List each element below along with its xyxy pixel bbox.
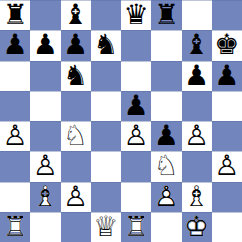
piece-fill-layer: ♞ bbox=[91, 30, 121, 60]
white-rook-e1[interactable]: ♜♖ bbox=[121, 212, 151, 242]
piece-outline-layer: ♕ bbox=[91, 212, 121, 242]
square-e4[interactable]: ♟♙ bbox=[121, 121, 151, 151]
piece-outline-layer: ♙ bbox=[121, 121, 151, 151]
square-a7[interactable]: ♟ bbox=[0, 30, 30, 60]
piece-fill-layer: ♛ bbox=[121, 0, 151, 30]
black-rook-a8[interactable]: ♜ bbox=[0, 0, 30, 30]
square-h6[interactable]: ♟ bbox=[212, 61, 242, 91]
square-f4[interactable]: ♟ bbox=[151, 121, 181, 151]
square-a1[interactable]: ♜♖ bbox=[0, 212, 30, 242]
square-g2[interactable]: ♝♗ bbox=[182, 182, 212, 212]
square-a5[interactable] bbox=[0, 91, 30, 121]
white-pawn-e4[interactable]: ♟♙ bbox=[121, 121, 151, 151]
square-g3[interactable] bbox=[182, 151, 212, 181]
black-pawn-g6[interactable]: ♟ bbox=[182, 61, 212, 91]
piece-fill-layer: ♜ bbox=[151, 0, 181, 30]
square-e8[interactable]: ♛ bbox=[121, 0, 151, 30]
square-a6[interactable] bbox=[0, 61, 30, 91]
square-c5[interactable] bbox=[61, 91, 91, 121]
square-a2[interactable] bbox=[0, 182, 30, 212]
white-pawn-g4[interactable]: ♟♙ bbox=[182, 121, 212, 151]
square-d7[interactable]: ♞ bbox=[91, 30, 121, 60]
square-f7[interactable] bbox=[151, 30, 181, 60]
square-f1[interactable] bbox=[151, 212, 181, 242]
black-king-h7[interactable]: ♚ bbox=[212, 30, 242, 60]
white-pawn-a4[interactable]: ♟♙ bbox=[0, 121, 30, 151]
square-b2[interactable]: ♝♗ bbox=[30, 182, 60, 212]
piece-outline-layer: ♖ bbox=[0, 212, 30, 242]
piece-fill-layer: ♟ bbox=[30, 30, 60, 60]
chess-board: ♜♝♛♜♟♟♟♞♝♚♞♟♟♟♟♙♞♘♟♙♟♟♙♟♙♞♘♟♙♝♗♟♙♟♙♝♗♜♖♛… bbox=[0, 0, 242, 242]
square-a8[interactable]: ♜ bbox=[0, 0, 30, 30]
square-e3[interactable] bbox=[121, 151, 151, 181]
piece-fill-layer: ♚ bbox=[212, 30, 242, 60]
square-d2[interactable] bbox=[91, 182, 121, 212]
white-pawn-c2[interactable]: ♟♙ bbox=[61, 182, 91, 212]
square-h7[interactable]: ♚ bbox=[212, 30, 242, 60]
black-pawn-b7[interactable]: ♟ bbox=[30, 30, 60, 60]
black-pawn-f4[interactable]: ♟ bbox=[151, 121, 181, 151]
square-e6[interactable] bbox=[121, 61, 151, 91]
square-g5[interactable] bbox=[182, 91, 212, 121]
square-c1[interactable] bbox=[61, 212, 91, 242]
square-e7[interactable] bbox=[121, 30, 151, 60]
square-f5[interactable] bbox=[151, 91, 181, 121]
square-e1[interactable]: ♜♖ bbox=[121, 212, 151, 242]
square-e2[interactable] bbox=[121, 182, 151, 212]
square-h1[interactable] bbox=[212, 212, 242, 242]
white-rook-a1[interactable]: ♜♖ bbox=[0, 212, 30, 242]
square-h2[interactable] bbox=[212, 182, 242, 212]
black-knight-d7[interactable]: ♞ bbox=[91, 30, 121, 60]
piece-fill-layer: ♟ bbox=[151, 121, 181, 151]
square-g8[interactable] bbox=[182, 0, 212, 30]
square-d8[interactable] bbox=[91, 0, 121, 30]
piece-outline-layer: ♗ bbox=[182, 182, 212, 212]
white-knight-f3[interactable]: ♞♘ bbox=[151, 151, 181, 181]
square-g1[interactable]: ♚♔ bbox=[182, 212, 212, 242]
square-b7[interactable]: ♟ bbox=[30, 30, 60, 60]
square-c2[interactable]: ♟♙ bbox=[61, 182, 91, 212]
square-f8[interactable]: ♜ bbox=[151, 0, 181, 30]
square-d3[interactable] bbox=[91, 151, 121, 181]
piece-outline-layer: ♙ bbox=[151, 182, 181, 212]
piece-fill-layer: ♟ bbox=[0, 30, 30, 60]
piece-outline-layer: ♘ bbox=[151, 151, 181, 181]
white-pawn-f2[interactable]: ♟♙ bbox=[151, 182, 181, 212]
white-pawn-h3[interactable]: ♟♙ bbox=[212, 151, 242, 181]
piece-outline-layer: ♖ bbox=[121, 212, 151, 242]
square-g4[interactable]: ♟♙ bbox=[182, 121, 212, 151]
piece-outline-layer: ♙ bbox=[61, 182, 91, 212]
piece-outline-layer: ♙ bbox=[0, 121, 30, 151]
piece-fill-layer: ♝ bbox=[61, 0, 91, 30]
black-queen-e8[interactable]: ♛ bbox=[121, 0, 151, 30]
square-c6[interactable]: ♞ bbox=[61, 61, 91, 91]
white-bishop-b2[interactable]: ♝♗ bbox=[30, 182, 60, 212]
piece-fill-layer: ♝ bbox=[182, 30, 212, 60]
black-pawn-c7[interactable]: ♟ bbox=[61, 30, 91, 60]
black-bishop-c8[interactable]: ♝ bbox=[61, 0, 91, 30]
black-bishop-g7[interactable]: ♝ bbox=[182, 30, 212, 60]
square-a4[interactable]: ♟♙ bbox=[0, 121, 30, 151]
square-b4[interactable] bbox=[30, 121, 60, 151]
black-pawn-a7[interactable]: ♟ bbox=[0, 30, 30, 60]
square-d6[interactable] bbox=[91, 61, 121, 91]
square-h5[interactable] bbox=[212, 91, 242, 121]
piece-outline-layer: ♗ bbox=[30, 182, 60, 212]
white-king-g1[interactable]: ♚♔ bbox=[182, 212, 212, 242]
square-d4[interactable] bbox=[91, 121, 121, 151]
black-knight-c6[interactable]: ♞ bbox=[61, 61, 91, 91]
square-h3[interactable]: ♟♙ bbox=[212, 151, 242, 181]
square-a3[interactable] bbox=[0, 151, 30, 181]
square-e5[interactable]: ♟ bbox=[121, 91, 151, 121]
square-c3[interactable] bbox=[61, 151, 91, 181]
square-c8[interactable]: ♝ bbox=[61, 0, 91, 30]
square-d1[interactable]: ♛♕ bbox=[91, 212, 121, 242]
square-g6[interactable]: ♟ bbox=[182, 61, 212, 91]
piece-fill-layer: ♜ bbox=[0, 0, 30, 30]
piece-outline-layer: ♙ bbox=[212, 151, 242, 181]
square-h8[interactable] bbox=[212, 0, 242, 30]
square-d5[interactable] bbox=[91, 91, 121, 121]
piece-fill-layer: ♟ bbox=[212, 61, 242, 91]
square-c7[interactable]: ♟ bbox=[61, 30, 91, 60]
piece-outline-layer: ♘ bbox=[61, 121, 91, 151]
piece-outline-layer: ♔ bbox=[182, 212, 212, 242]
black-pawn-h6[interactable]: ♟ bbox=[212, 61, 242, 91]
white-knight-c4[interactable]: ♞♘ bbox=[61, 121, 91, 151]
piece-outline-layer: ♙ bbox=[182, 121, 212, 151]
black-rook-f8[interactable]: ♜ bbox=[151, 0, 181, 30]
square-b6[interactable] bbox=[30, 61, 60, 91]
square-b1[interactable] bbox=[30, 212, 60, 242]
white-queen-d1[interactable]: ♛♕ bbox=[91, 212, 121, 242]
white-pawn-b3[interactable]: ♟♙ bbox=[30, 151, 60, 181]
square-h4[interactable] bbox=[212, 121, 242, 151]
square-b5[interactable] bbox=[30, 91, 60, 121]
square-b8[interactable] bbox=[30, 0, 60, 30]
square-b3[interactable]: ♟♙ bbox=[30, 151, 60, 181]
square-f6[interactable] bbox=[151, 61, 181, 91]
square-f2[interactable]: ♟♙ bbox=[151, 182, 181, 212]
piece-fill-layer: ♟ bbox=[121, 91, 151, 121]
square-f3[interactable]: ♞♘ bbox=[151, 151, 181, 181]
square-g7[interactable]: ♝ bbox=[182, 30, 212, 60]
square-c4[interactable]: ♞♘ bbox=[61, 121, 91, 151]
piece-fill-layer: ♟ bbox=[182, 61, 212, 91]
black-pawn-e5[interactable]: ♟ bbox=[121, 91, 151, 121]
piece-fill-layer: ♟ bbox=[61, 30, 91, 60]
piece-fill-layer: ♞ bbox=[61, 61, 91, 91]
piece-outline-layer: ♙ bbox=[30, 151, 60, 181]
white-bishop-g2[interactable]: ♝♗ bbox=[182, 182, 212, 212]
